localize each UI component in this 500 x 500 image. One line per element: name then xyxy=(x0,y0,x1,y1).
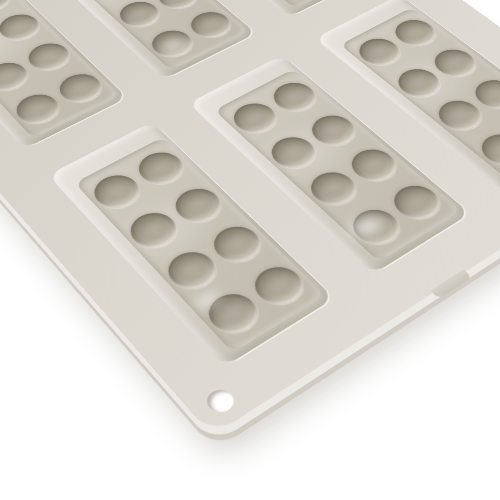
hanging-hole xyxy=(202,386,239,417)
stud-recess xyxy=(183,7,238,42)
stud-recess xyxy=(145,26,200,62)
stud-recess xyxy=(83,0,136,3)
stud-recess xyxy=(268,0,321,1)
stud-recess xyxy=(205,220,269,269)
stud-recess xyxy=(86,169,148,214)
perspective-wrapper xyxy=(0,0,500,500)
stud-recess xyxy=(130,146,191,190)
stud-recess xyxy=(246,260,312,312)
stud-recess xyxy=(21,39,76,76)
stud-recess xyxy=(160,245,225,296)
stud-recess xyxy=(113,0,167,32)
stud-recess xyxy=(0,10,46,45)
stud-recess xyxy=(52,69,109,108)
product-photo-scene: Angled product photo of a beige silicone… xyxy=(0,0,500,500)
stud-recess xyxy=(122,206,185,254)
silicone-mold-tray xyxy=(0,0,500,436)
stud-recess xyxy=(473,128,500,171)
stud-recess xyxy=(200,287,267,341)
stud-recess xyxy=(167,182,229,228)
edge-tab xyxy=(430,269,472,298)
stud-recess xyxy=(0,0,17,16)
stud-recess xyxy=(9,89,67,129)
cavity-grid xyxy=(0,0,500,367)
